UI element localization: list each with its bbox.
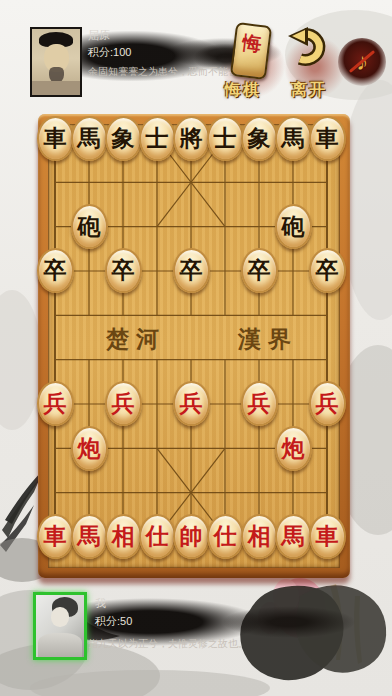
bottom-player-avatar-active bbox=[33, 592, 87, 660]
undo-button[interactable]: 悔 bbox=[230, 22, 272, 80]
piece-red-兵[interactable]: 兵 bbox=[37, 381, 74, 426]
piece-black-馬[interactable]: 馬 bbox=[275, 116, 312, 161]
avatar-face bbox=[51, 607, 69, 627]
xiangqi-board[interactable]: 楚河 漢界 車馬象士將士象馬車砲砲卒卒卒卒卒兵兵兵兵兵炮炮車馬相仕帥仕相馬車 bbox=[48, 124, 340, 568]
piece-red-炮[interactable]: 炮 bbox=[275, 426, 312, 471]
piece-black-卒[interactable]: 卒 bbox=[173, 248, 210, 293]
piece-black-士[interactable]: 士 bbox=[139, 116, 176, 161]
piece-red-車[interactable]: 車 bbox=[37, 514, 74, 559]
piece-black-砲[interactable]: 砲 bbox=[275, 204, 312, 249]
piece-black-象[interactable]: 象 bbox=[105, 116, 142, 161]
piece-red-車[interactable]: 車 bbox=[309, 514, 346, 559]
music-toggle-button[interactable]: ♪ bbox=[338, 38, 386, 86]
leave-button-label[interactable]: 离开 bbox=[279, 80, 339, 101]
piece-red-兵[interactable]: 兵 bbox=[309, 381, 346, 426]
piece-red-相[interactable]: 相 bbox=[105, 514, 142, 559]
piece-black-士[interactable]: 士 bbox=[207, 116, 244, 161]
top-player-score: 积分:100 bbox=[88, 46, 131, 58]
piece-black-象[interactable]: 象 bbox=[241, 116, 278, 161]
avatar-robe bbox=[32, 81, 80, 95]
bottom-player-score: 积分:50 bbox=[95, 615, 132, 627]
piece-black-馬[interactable]: 馬 bbox=[71, 116, 108, 161]
top-player-name: 屈原 bbox=[88, 29, 110, 41]
top-player-avatar bbox=[30, 27, 82, 97]
piece-layer: 車馬象士將士象馬車砲砲卒卒卒卒卒兵兵兵兵兵炮炮車馬相仕帥仕相馬車 bbox=[48, 124, 340, 568]
piece-black-卒[interactable]: 卒 bbox=[105, 248, 142, 293]
piece-black-車[interactable]: 車 bbox=[309, 116, 346, 161]
bottom-player-name: 我 bbox=[95, 597, 106, 609]
piece-black-卒[interactable]: 卒 bbox=[309, 248, 346, 293]
undo-button-label[interactable]: 悔棋 bbox=[213, 80, 273, 101]
avatar-body bbox=[38, 633, 82, 657]
piece-red-兵[interactable]: 兵 bbox=[105, 381, 142, 426]
undo-tile-char: 悔 bbox=[241, 30, 263, 58]
piece-black-卒[interactable]: 卒 bbox=[241, 248, 278, 293]
piece-black-車[interactable]: 車 bbox=[37, 116, 74, 161]
piece-red-相[interactable]: 相 bbox=[241, 514, 278, 559]
piece-red-兵[interactable]: 兵 bbox=[173, 381, 210, 426]
undo-arrow-icon bbox=[286, 25, 332, 71]
piece-black-卒[interactable]: 卒 bbox=[37, 248, 74, 293]
piece-red-炮[interactable]: 炮 bbox=[71, 426, 108, 471]
xiangqi-board-frame: 楚河 漢界 車馬象士將士象馬車砲砲卒卒卒卒卒兵兵兵兵兵炮炮車馬相仕帥仕相馬車 bbox=[38, 114, 350, 578]
piece-red-馬[interactable]: 馬 bbox=[71, 514, 108, 559]
piece-red-馬[interactable]: 馬 bbox=[275, 514, 312, 559]
piece-red-兵[interactable]: 兵 bbox=[241, 381, 278, 426]
piece-black-砲[interactable]: 砲 bbox=[71, 204, 108, 249]
piece-red-仕[interactable]: 仕 bbox=[207, 514, 244, 559]
bottom-player-quote: 指九天以为正兮，夫惟灵修之故也。 bbox=[88, 638, 248, 649]
leave-button[interactable] bbox=[286, 25, 332, 71]
piece-black-將[interactable]: 將 bbox=[173, 116, 210, 161]
piece-red-帥[interactable]: 帥 bbox=[173, 514, 210, 559]
piece-red-仕[interactable]: 仕 bbox=[139, 514, 176, 559]
